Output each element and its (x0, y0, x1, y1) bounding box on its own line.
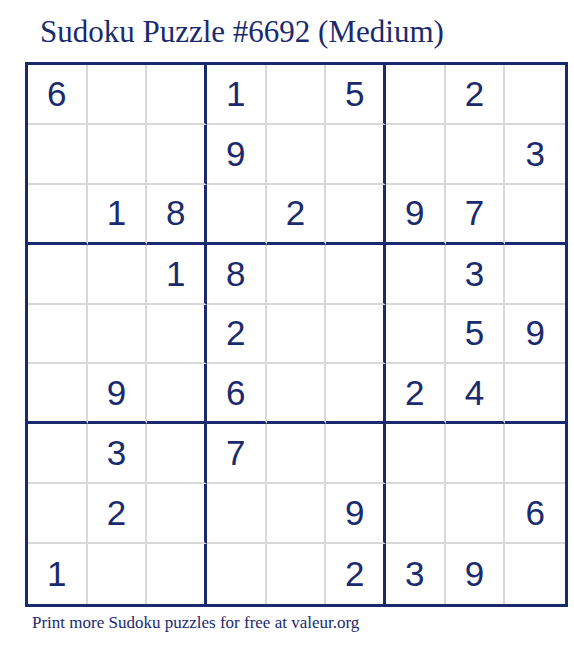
cell-r6c1 (28, 364, 88, 424)
cell-r4c4: 8 (207, 245, 267, 305)
cell-r8c8 (446, 484, 506, 544)
cell-r4c8: 3 (446, 245, 506, 305)
cell-r5c4: 2 (207, 305, 267, 365)
cell-r4c7 (386, 245, 446, 305)
cell-r6c9 (505, 364, 565, 424)
cell-r3c7: 9 (386, 185, 446, 245)
cell-r6c3 (147, 364, 207, 424)
cell-r1c4: 1 (207, 65, 267, 125)
cell-r7c7 (386, 424, 446, 484)
cell-r1c8: 2 (446, 65, 506, 125)
cell-r5c3 (147, 305, 207, 365)
cell-r9c2 (88, 544, 148, 604)
cell-r9c3 (147, 544, 207, 604)
cell-r6c4: 6 (207, 364, 267, 424)
cell-r7c6 (326, 424, 386, 484)
cell-r3c1 (28, 185, 88, 245)
cell-r4c3: 1 (147, 245, 207, 305)
cell-r3c4 (207, 185, 267, 245)
cell-r1c7 (386, 65, 446, 125)
sudoku-page: Sudoku Puzzle #6692 (Medium) 6 1 5 2 9 3… (0, 0, 574, 651)
cell-r3c8: 7 (446, 185, 506, 245)
cell-r7c5 (267, 424, 327, 484)
cell-r8c1 (28, 484, 88, 544)
cell-r3c3: 8 (147, 185, 207, 245)
cell-r7c9 (505, 424, 565, 484)
cell-r8c2: 2 (88, 484, 148, 544)
cell-r6c7: 2 (386, 364, 446, 424)
cell-r5c5 (267, 305, 327, 365)
cell-r6c6 (326, 364, 386, 424)
cell-r6c2: 9 (88, 364, 148, 424)
cell-r5c1 (28, 305, 88, 365)
cell-r1c2 (88, 65, 148, 125)
cell-r5c6 (326, 305, 386, 365)
cell-r9c5 (267, 544, 327, 604)
cell-r2c6 (326, 125, 386, 185)
cell-r9c9 (505, 544, 565, 604)
cell-r8c5 (267, 484, 327, 544)
sudoku-board: 6 1 5 2 9 3 1 8 2 9 7 1 8 3 (25, 62, 568, 607)
page-title: Sudoku Puzzle #6692 (Medium) (40, 13, 444, 51)
cell-r5c9: 9 (505, 305, 565, 365)
cell-r8c6: 9 (326, 484, 386, 544)
cell-r3c5: 2 (267, 185, 327, 245)
cell-r1c5 (267, 65, 327, 125)
cell-r4c5 (267, 245, 327, 305)
cell-r2c1 (28, 125, 88, 185)
cell-r6c5 (267, 364, 327, 424)
cell-r5c8: 5 (446, 305, 506, 365)
cell-r3c2: 1 (88, 185, 148, 245)
cell-r2c3 (147, 125, 207, 185)
cell-r1c6: 5 (326, 65, 386, 125)
cell-r8c4 (207, 484, 267, 544)
cell-r7c2: 3 (88, 424, 148, 484)
cell-r4c6 (326, 245, 386, 305)
cell-r8c7 (386, 484, 446, 544)
cell-r2c2 (88, 125, 148, 185)
cell-r4c2 (88, 245, 148, 305)
cell-r3c9 (505, 185, 565, 245)
cell-r9c4 (207, 544, 267, 604)
cell-r4c1 (28, 245, 88, 305)
cell-r5c2 (88, 305, 148, 365)
cell-r6c8: 4 (446, 364, 506, 424)
cell-r7c1 (28, 424, 88, 484)
cell-r2c5 (267, 125, 327, 185)
cell-r9c1: 1 (28, 544, 88, 604)
cell-r9c7: 3 (386, 544, 446, 604)
cell-r4c9 (505, 245, 565, 305)
cell-r2c8 (446, 125, 506, 185)
cell-r2c4: 9 (207, 125, 267, 185)
cell-r1c1: 6 (28, 65, 88, 125)
footer-text: Print more Sudoku puzzles for free at va… (32, 612, 359, 634)
cell-r7c8 (446, 424, 506, 484)
cell-r7c3 (147, 424, 207, 484)
cell-r5c7 (386, 305, 446, 365)
cell-r8c3 (147, 484, 207, 544)
cell-r8c9: 6 (505, 484, 565, 544)
cell-r9c6: 2 (326, 544, 386, 604)
cell-r7c4: 7 (207, 424, 267, 484)
cell-r1c9 (505, 65, 565, 125)
cell-r1c3 (147, 65, 207, 125)
cell-r2c9: 3 (505, 125, 565, 185)
cell-r9c8: 9 (446, 544, 506, 604)
cell-r2c7 (386, 125, 446, 185)
cell-r3c6 (326, 185, 386, 245)
